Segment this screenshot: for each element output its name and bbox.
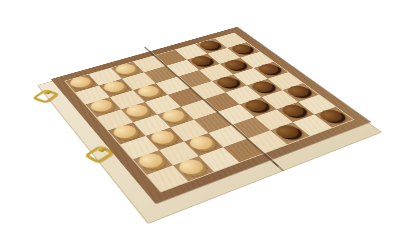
product-photo-stage [0, 0, 400, 236]
checkers-board[interactable] [51, 27, 370, 204]
board-scene [36, 26, 386, 224]
